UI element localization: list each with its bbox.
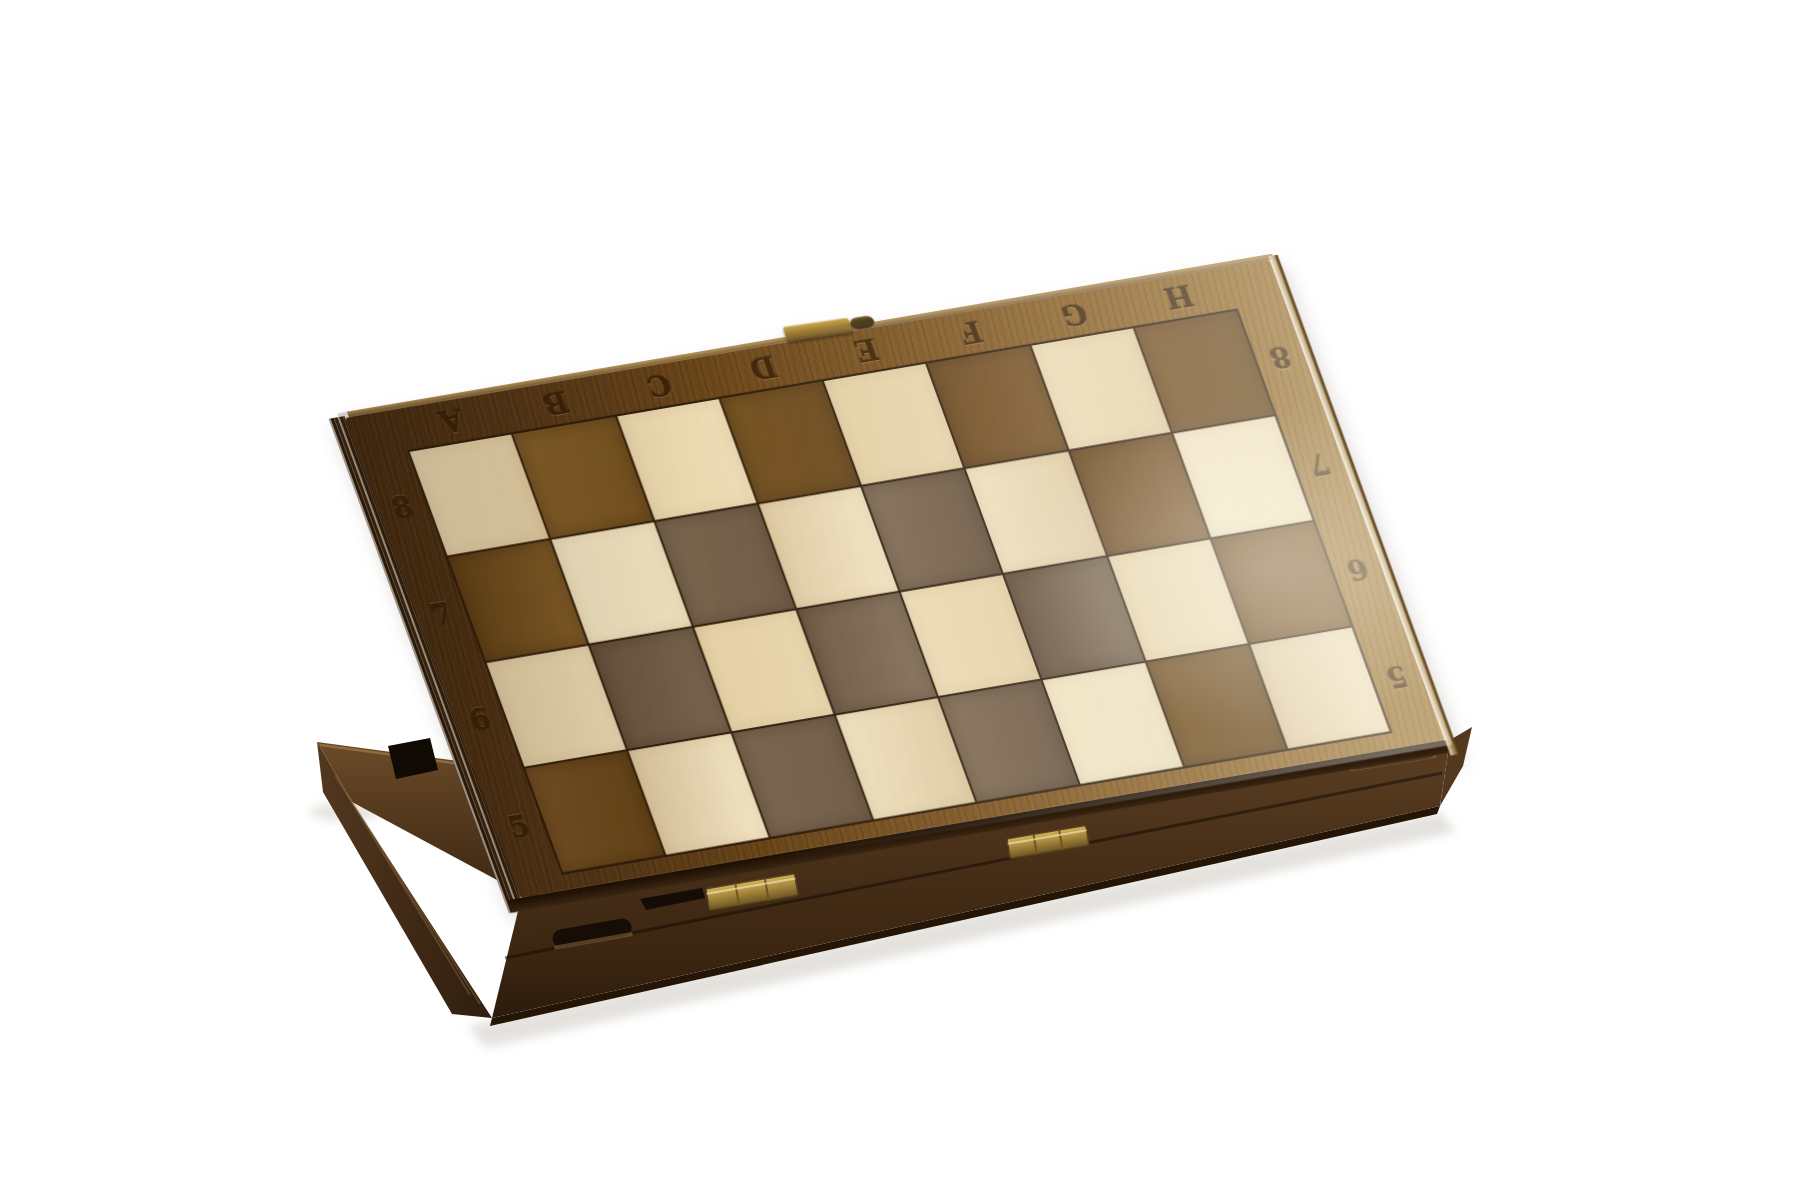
hinge-overlay (0, 0, 1800, 1200)
hinge-right (1007, 825, 1089, 858)
product-photo-scene: ABCDEFGH 8765 8765 (0, 0, 1800, 1200)
fold-gap-shadow (640, 888, 705, 910)
hinge-left (706, 874, 798, 911)
